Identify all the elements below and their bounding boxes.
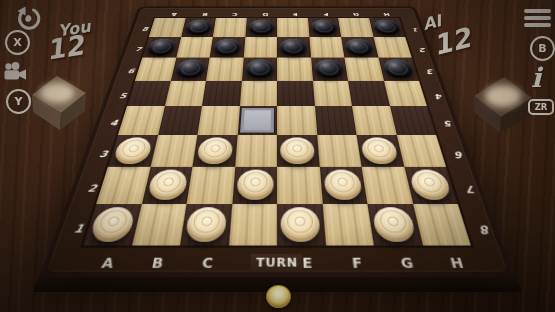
- camera-icon[interactable]: [3, 62, 28, 83]
- square-G2[interactable]: [362, 167, 413, 204]
- piece-black-man[interactable]: ●: [382, 60, 416, 79]
- square-A8[interactable]: [149, 18, 185, 37]
- square-B2[interactable]: ○: [141, 167, 192, 204]
- square-H7[interactable]: [373, 37, 412, 58]
- cursor-highlight: [240, 108, 274, 133]
- file-labels-top: ABCDEFGH: [158, 11, 402, 18]
- file-label-top-B: B: [189, 11, 221, 18]
- square-D1[interactable]: [229, 203, 277, 245]
- piece-white-man[interactable]: ○: [113, 137, 154, 163]
- file-label-C: C: [181, 253, 233, 273]
- piece-black-man[interactable]: ●: [174, 60, 206, 79]
- square-C3[interactable]: ○: [192, 135, 237, 167]
- square-C5[interactable]: [202, 80, 242, 106]
- square-E3[interactable]: ○: [277, 135, 319, 167]
- piece-white-man[interactable]: ○: [146, 170, 188, 200]
- square-G1[interactable]: ○: [367, 203, 422, 245]
- square-B3[interactable]: [150, 135, 197, 167]
- square-G4[interactable]: [352, 106, 396, 135]
- square-G5[interactable]: [348, 80, 390, 106]
- piece-black-man[interactable]: ●: [280, 39, 308, 56]
- file-label-top-E: E: [280, 11, 311, 18]
- piece-white-man[interactable]: ○: [372, 207, 417, 241]
- square-D8[interactable]: ●: [245, 18, 277, 37]
- piece-white-man[interactable]: ○: [281, 207, 321, 241]
- square-C6[interactable]: [206, 58, 243, 81]
- square-C2[interactable]: [187, 167, 235, 204]
- square-D2[interactable]: ○: [232, 167, 277, 204]
- square-E4[interactable]: [277, 106, 317, 135]
- y-button[interactable]: Y: [6, 89, 31, 114]
- square-E2[interactable]: [277, 167, 322, 204]
- square-H8[interactable]: ●: [369, 18, 405, 37]
- square-A7[interactable]: ●: [142, 37, 181, 58]
- file-label-top-D: D: [250, 11, 281, 18]
- square-E6[interactable]: [277, 58, 312, 81]
- turn-indicator-disc: [266, 285, 291, 308]
- square-E5[interactable]: [277, 80, 315, 106]
- square-H5[interactable]: [383, 80, 427, 106]
- file-label-top-G: G: [340, 11, 372, 18]
- checkers-game-screen: ●●●●●●●●●●●●○○○○○○○○○○○○ ABCDEFGH ABCDEF…: [0, 0, 555, 312]
- file-label-top-F: F: [310, 11, 341, 18]
- square-D5[interactable]: [240, 80, 278, 106]
- piece-white-man[interactable]: ○: [236, 170, 273, 200]
- square-G6[interactable]: [344, 58, 383, 81]
- square-H6[interactable]: ●: [378, 58, 419, 81]
- square-A5[interactable]: [127, 80, 171, 106]
- piece-black-man[interactable]: ●: [245, 60, 274, 79]
- piece-white-man[interactable]: ○: [89, 207, 137, 241]
- file-label-H: H: [429, 253, 485, 273]
- piece-white-man[interactable]: ○: [323, 170, 362, 200]
- square-B8[interactable]: ●: [181, 18, 216, 37]
- square-B7[interactable]: [176, 37, 213, 58]
- square-F8[interactable]: ●: [308, 18, 342, 37]
- piece-black-man[interactable]: ●: [344, 39, 374, 56]
- square-E8[interactable]: [277, 18, 309, 37]
- square-F2[interactable]: ○: [319, 167, 367, 204]
- square-B4[interactable]: [158, 106, 202, 135]
- zr-button[interactable]: ZR: [528, 99, 554, 115]
- square-B6[interactable]: ●: [171, 58, 210, 81]
- piece-white-man[interactable]: ○: [185, 207, 227, 241]
- square-E7[interactable]: ●: [277, 37, 311, 58]
- square-C1[interactable]: ○: [180, 203, 232, 245]
- square-F7[interactable]: [309, 37, 344, 58]
- square-C4[interactable]: [197, 106, 239, 135]
- piece-black-man[interactable]: ●: [213, 39, 242, 56]
- x-button[interactable]: X: [5, 30, 30, 55]
- square-G8[interactable]: [338, 18, 373, 37]
- square-D3[interactable]: [235, 135, 277, 167]
- piece-white-man[interactable]: ○: [361, 137, 400, 163]
- square-F6[interactable]: ●: [311, 58, 348, 81]
- square-G3[interactable]: ○: [357, 135, 404, 167]
- piece-white-man[interactable]: ○: [408, 170, 452, 200]
- menu-icon[interactable]: [524, 9, 551, 27]
- file-label-F: F: [331, 253, 383, 273]
- file-label-A: A: [80, 253, 135, 273]
- piece-black-man[interactable]: ●: [146, 39, 178, 56]
- piece-white-man[interactable]: ○: [197, 137, 234, 163]
- turn-label: TURN: [250, 254, 303, 270]
- piece-white-man[interactable]: ○: [281, 137, 316, 163]
- square-F5[interactable]: [312, 80, 352, 106]
- piece-black-man[interactable]: ●: [314, 60, 345, 79]
- square-H3[interactable]: [396, 135, 446, 167]
- piece-black-man[interactable]: ●: [310, 20, 337, 35]
- left-player-score: 12: [44, 29, 86, 65]
- file-label-B: B: [130, 253, 184, 273]
- square-B5[interactable]: [165, 80, 207, 106]
- piece-black-man[interactable]: ●: [248, 20, 274, 35]
- square-C8[interactable]: [213, 18, 247, 37]
- square-F4[interactable]: [315, 106, 357, 135]
- square-A6[interactable]: [135, 58, 176, 81]
- file-label-top-A: A: [158, 11, 190, 18]
- piece-black-man[interactable]: ●: [184, 20, 213, 35]
- square-D4[interactable]: [237, 106, 277, 135]
- reset-icon[interactable]: [16, 6, 42, 32]
- square-H1[interactable]: [413, 203, 471, 245]
- square-H2[interactable]: ○: [404, 167, 458, 204]
- square-F3[interactable]: [317, 135, 362, 167]
- square-B1[interactable]: [132, 203, 187, 245]
- white-piece-pedestal-left: [26, 68, 92, 132]
- square-D6[interactable]: ●: [242, 58, 277, 81]
- info-icon[interactable]: i: [531, 62, 541, 93]
- square-H4[interactable]: [390, 106, 437, 135]
- square-F1[interactable]: [322, 203, 374, 245]
- square-C7[interactable]: ●: [210, 37, 245, 58]
- square-G7[interactable]: ●: [341, 37, 378, 58]
- file-label-top-C: C: [219, 11, 250, 18]
- piece-black-man[interactable]: ●: [372, 20, 402, 35]
- b-button[interactable]: B: [530, 36, 555, 61]
- file-label-G: G: [380, 253, 434, 273]
- square-E1[interactable]: ○: [277, 203, 325, 245]
- square-D7[interactable]: [243, 37, 277, 58]
- file-label-top-H: H: [370, 11, 402, 18]
